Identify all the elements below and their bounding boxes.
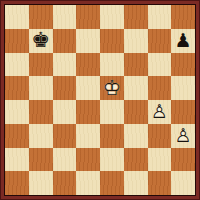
square-a8[interactable] xyxy=(5,5,29,29)
square-e2[interactable] xyxy=(100,148,124,172)
square-g1[interactable] xyxy=(148,171,172,195)
square-h4[interactable] xyxy=(171,100,195,124)
square-g3[interactable] xyxy=(148,124,172,148)
square-h8[interactable] xyxy=(171,5,195,29)
square-c6[interactable] xyxy=(53,53,77,77)
square-d2[interactable] xyxy=(76,148,100,172)
square-d8[interactable] xyxy=(76,5,100,29)
square-e7[interactable] xyxy=(100,29,124,53)
square-c1[interactable] xyxy=(53,171,77,195)
square-f5[interactable] xyxy=(124,76,148,100)
square-e4[interactable] xyxy=(100,100,124,124)
square-a1[interactable] xyxy=(5,171,29,195)
square-f1[interactable] xyxy=(124,171,148,195)
square-b4[interactable] xyxy=(29,100,53,124)
black-king[interactable]: ♚ xyxy=(29,29,53,53)
square-h2[interactable] xyxy=(171,148,195,172)
square-f4[interactable] xyxy=(124,100,148,124)
square-g2[interactable] xyxy=(148,148,172,172)
square-b2[interactable] xyxy=(29,148,53,172)
square-b1[interactable] xyxy=(29,171,53,195)
square-b3[interactable] xyxy=(29,124,53,148)
white-pawn[interactable]: ♟♙ xyxy=(171,124,195,148)
square-f3[interactable] xyxy=(124,124,148,148)
square-b7[interactable]: ♚ xyxy=(29,29,53,53)
square-a7[interactable] xyxy=(5,29,29,53)
square-d5[interactable] xyxy=(76,76,100,100)
square-g6[interactable] xyxy=(148,53,172,77)
square-c8[interactable] xyxy=(53,5,77,29)
black-pawn-icon: ♟ xyxy=(171,29,195,53)
white-king-icon: ♔ xyxy=(100,76,124,100)
square-e6[interactable] xyxy=(100,53,124,77)
square-h5[interactable] xyxy=(171,76,195,100)
square-f8[interactable] xyxy=(124,5,148,29)
square-g4[interactable]: ♟♙ xyxy=(148,100,172,124)
square-e5[interactable]: ♚♔ xyxy=(100,76,124,100)
square-d1[interactable] xyxy=(76,171,100,195)
white-pawn[interactable]: ♟♙ xyxy=(148,100,172,124)
square-b6[interactable] xyxy=(29,53,53,77)
square-e3[interactable] xyxy=(100,124,124,148)
square-d3[interactable] xyxy=(76,124,100,148)
square-d6[interactable] xyxy=(76,53,100,77)
white-pawn-icon: ♙ xyxy=(148,100,172,124)
black-pawn[interactable]: ♟ xyxy=(171,29,195,53)
square-h6[interactable] xyxy=(171,53,195,77)
white-pawn-icon: ♙ xyxy=(171,124,195,148)
square-c7[interactable] xyxy=(53,29,77,53)
square-h3[interactable]: ♟♙ xyxy=(171,124,195,148)
square-e8[interactable] xyxy=(100,5,124,29)
board-frame: ♚♟♚♔♟♙♟♙ xyxy=(0,0,200,200)
square-e1[interactable] xyxy=(100,171,124,195)
square-f6[interactable] xyxy=(124,53,148,77)
white-king[interactable]: ♚♔ xyxy=(100,76,124,100)
square-h1[interactable] xyxy=(171,171,195,195)
square-h7[interactable]: ♟ xyxy=(171,29,195,53)
square-b5[interactable] xyxy=(29,76,53,100)
square-d4[interactable] xyxy=(76,100,100,124)
square-b8[interactable] xyxy=(29,5,53,29)
square-c3[interactable] xyxy=(53,124,77,148)
square-f7[interactable] xyxy=(124,29,148,53)
square-a4[interactable] xyxy=(5,100,29,124)
chess-board: ♚♟♚♔♟♙♟♙ xyxy=(4,4,196,196)
black-king-icon: ♚ xyxy=(29,29,53,53)
square-a3[interactable] xyxy=(5,124,29,148)
square-d7[interactable] xyxy=(76,29,100,53)
square-c5[interactable] xyxy=(53,76,77,100)
square-c4[interactable] xyxy=(53,100,77,124)
square-g5[interactable] xyxy=(148,76,172,100)
square-g8[interactable] xyxy=(148,5,172,29)
square-a5[interactable] xyxy=(5,76,29,100)
square-a2[interactable] xyxy=(5,148,29,172)
square-f2[interactable] xyxy=(124,148,148,172)
square-a6[interactable] xyxy=(5,53,29,77)
square-g7[interactable] xyxy=(148,29,172,53)
square-c2[interactable] xyxy=(53,148,77,172)
